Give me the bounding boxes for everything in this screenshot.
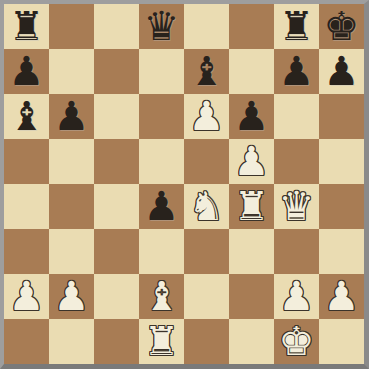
white-knight[interactable]: ♞ bbox=[189, 184, 225, 229]
square-a2[interactable]: ♟ bbox=[4, 274, 49, 319]
square-a8[interactable]: ♜ bbox=[4, 4, 49, 49]
square-e4[interactable]: ♞ bbox=[184, 184, 229, 229]
square-b1[interactable] bbox=[49, 319, 94, 364]
square-g6[interactable] bbox=[274, 94, 319, 139]
square-e2[interactable] bbox=[184, 274, 229, 319]
square-h5[interactable] bbox=[319, 139, 364, 184]
square-g4[interactable]: ♛ bbox=[274, 184, 319, 229]
square-a3[interactable] bbox=[4, 229, 49, 274]
black-rook[interactable]: ♜ bbox=[279, 4, 315, 49]
white-queen[interactable]: ♛ bbox=[279, 184, 315, 229]
black-bishop[interactable]: ♝ bbox=[189, 49, 225, 94]
square-d4[interactable]: ♟ bbox=[139, 184, 184, 229]
square-f6[interactable]: ♟ bbox=[229, 94, 274, 139]
square-b3[interactable] bbox=[49, 229, 94, 274]
black-bishop[interactable]: ♝ bbox=[9, 94, 45, 139]
white-pawn[interactable]: ♟ bbox=[234, 139, 270, 184]
white-pawn[interactable]: ♟ bbox=[9, 274, 45, 319]
square-g7[interactable]: ♟ bbox=[274, 49, 319, 94]
square-d2[interactable]: ♝ bbox=[139, 274, 184, 319]
square-b4[interactable] bbox=[49, 184, 94, 229]
square-h6[interactable] bbox=[319, 94, 364, 139]
square-a7[interactable]: ♟ bbox=[4, 49, 49, 94]
white-pawn[interactable]: ♟ bbox=[279, 274, 315, 319]
square-c7[interactable] bbox=[94, 49, 139, 94]
chess-board-frame: ♜♛♜♚♟♝♟♟♝♟♟♟♟♟♞♜♛♟♟♝♟♟♜♚ bbox=[0, 0, 369, 369]
black-rook[interactable]: ♜ bbox=[9, 4, 45, 49]
square-h2[interactable]: ♟ bbox=[319, 274, 364, 319]
square-d6[interactable] bbox=[139, 94, 184, 139]
square-h4[interactable] bbox=[319, 184, 364, 229]
chess-board: ♜♛♜♚♟♝♟♟♝♟♟♟♟♟♞♜♛♟♟♝♟♟♜♚ bbox=[4, 4, 364, 364]
square-a5[interactable] bbox=[4, 139, 49, 184]
white-rook[interactable]: ♜ bbox=[144, 319, 180, 364]
square-d7[interactable] bbox=[139, 49, 184, 94]
square-a6[interactable]: ♝ bbox=[4, 94, 49, 139]
square-c5[interactable] bbox=[94, 139, 139, 184]
square-g1[interactable]: ♚ bbox=[274, 319, 319, 364]
square-g8[interactable]: ♜ bbox=[274, 4, 319, 49]
square-h8[interactable]: ♚ bbox=[319, 4, 364, 49]
square-e5[interactable] bbox=[184, 139, 229, 184]
square-b6[interactable]: ♟ bbox=[49, 94, 94, 139]
square-h1[interactable] bbox=[319, 319, 364, 364]
square-c8[interactable] bbox=[94, 4, 139, 49]
square-c2[interactable] bbox=[94, 274, 139, 319]
square-c6[interactable] bbox=[94, 94, 139, 139]
square-g2[interactable]: ♟ bbox=[274, 274, 319, 319]
square-g5[interactable] bbox=[274, 139, 319, 184]
square-d1[interactable]: ♜ bbox=[139, 319, 184, 364]
square-f5[interactable]: ♟ bbox=[229, 139, 274, 184]
square-b7[interactable] bbox=[49, 49, 94, 94]
black-queen[interactable]: ♛ bbox=[144, 4, 180, 49]
black-pawn[interactable]: ♟ bbox=[9, 49, 45, 94]
square-c4[interactable] bbox=[94, 184, 139, 229]
square-g3[interactable] bbox=[274, 229, 319, 274]
square-f4[interactable]: ♜ bbox=[229, 184, 274, 229]
square-h3[interactable] bbox=[319, 229, 364, 274]
white-rook[interactable]: ♜ bbox=[234, 184, 270, 229]
black-pawn[interactable]: ♟ bbox=[144, 184, 180, 229]
square-d5[interactable] bbox=[139, 139, 184, 184]
white-pawn[interactable]: ♟ bbox=[189, 94, 225, 139]
square-a4[interactable] bbox=[4, 184, 49, 229]
square-f7[interactable] bbox=[229, 49, 274, 94]
black-pawn[interactable]: ♟ bbox=[234, 94, 270, 139]
white-king[interactable]: ♚ bbox=[279, 319, 315, 364]
square-b2[interactable]: ♟ bbox=[49, 274, 94, 319]
square-d8[interactable]: ♛ bbox=[139, 4, 184, 49]
black-pawn[interactable]: ♟ bbox=[279, 49, 315, 94]
white-pawn[interactable]: ♟ bbox=[54, 274, 90, 319]
black-pawn[interactable]: ♟ bbox=[54, 94, 90, 139]
square-e3[interactable] bbox=[184, 229, 229, 274]
square-f3[interactable] bbox=[229, 229, 274, 274]
square-e1[interactable] bbox=[184, 319, 229, 364]
square-a1[interactable] bbox=[4, 319, 49, 364]
black-king[interactable]: ♚ bbox=[324, 4, 360, 49]
white-bishop[interactable]: ♝ bbox=[144, 274, 180, 319]
square-f8[interactable] bbox=[229, 4, 274, 49]
black-pawn[interactable]: ♟ bbox=[324, 49, 360, 94]
square-e7[interactable]: ♝ bbox=[184, 49, 229, 94]
square-b8[interactable] bbox=[49, 4, 94, 49]
square-f1[interactable] bbox=[229, 319, 274, 364]
square-e8[interactable] bbox=[184, 4, 229, 49]
square-f2[interactable] bbox=[229, 274, 274, 319]
square-e6[interactable]: ♟ bbox=[184, 94, 229, 139]
square-c1[interactable] bbox=[94, 319, 139, 364]
square-b5[interactable] bbox=[49, 139, 94, 184]
square-d3[interactable] bbox=[139, 229, 184, 274]
square-c3[interactable] bbox=[94, 229, 139, 274]
white-pawn[interactable]: ♟ bbox=[324, 274, 360, 319]
square-h7[interactable]: ♟ bbox=[319, 49, 364, 94]
